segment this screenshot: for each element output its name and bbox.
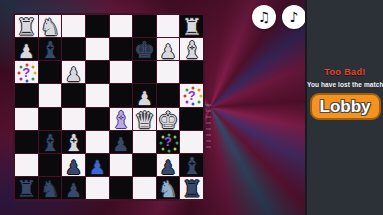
board-cell[interactable]	[39, 108, 62, 130]
board-cell[interactable]	[133, 61, 156, 83]
board-cell[interactable]	[180, 61, 203, 83]
board-cell[interactable]: ♜	[180, 177, 203, 199]
board-cell[interactable]: ♚	[133, 38, 156, 60]
navy-bishop-piece: ♝	[39, 39, 62, 62]
board-cell[interactable]	[180, 108, 203, 130]
board-cell[interactable]: ♟	[157, 154, 180, 176]
navy-pawn-piece: ♟	[157, 158, 180, 177]
board-cell[interactable]: ♟	[133, 84, 156, 106]
board-cell[interactable]	[15, 154, 38, 176]
silver-bishop-piece: ♝	[62, 132, 85, 155]
board-cell[interactable]: ?	[180, 84, 203, 106]
board-cell[interactable]	[110, 15, 133, 37]
navy-bishop-piece: ♝	[180, 155, 203, 178]
chess-board: ♜♞♜♟♝♚♟♝?♟♟?♝♛♚♝♝♟?♟♟♟♝♜♞♟♞♜	[13, 13, 205, 201]
mystery-piece: ?	[15, 61, 38, 83]
mystery-ring	[26, 72, 28, 74]
board-cell[interactable]: ?	[15, 61, 38, 83]
board-cell[interactable]	[86, 15, 109, 37]
board-cell[interactable]: ♟	[86, 154, 109, 176]
steel-knight-piece: ♞	[157, 178, 180, 201]
silver-rook-piece: ♜	[15, 16, 38, 39]
board-cell[interactable]	[110, 177, 133, 199]
board-cell[interactable]	[62, 108, 85, 130]
silver-queen-piece: ♛	[133, 109, 156, 132]
board-cell[interactable]: ?	[157, 131, 180, 153]
board-cell[interactable]: ♝	[180, 154, 203, 176]
eighth-note-icon: ♪	[290, 10, 299, 24]
game-window: ♜♞♜♟♝♚♟♝?♟♟?♝♛♚♝♝♟?♟♟♟♝♜♞♟♞♜ ♫ ♪ Too Bad…	[0, 0, 383, 215]
board-cell[interactable]: ♝	[39, 38, 62, 60]
board-cell[interactable]: ♞	[39, 177, 62, 199]
board-cell[interactable]	[39, 61, 62, 83]
silver-bishop-piece: ♝	[180, 39, 203, 62]
board-cell[interactable]	[110, 154, 133, 176]
board-cell[interactable]	[39, 84, 62, 106]
navy-rook-piece: ♜	[180, 178, 203, 201]
board-cell[interactable]	[15, 131, 38, 153]
board-cell[interactable]: ♝	[62, 131, 85, 153]
sound-toggle-button[interactable]: ♪	[282, 5, 306, 29]
board-cell[interactable]	[110, 61, 133, 83]
board-cell[interactable]	[86, 38, 109, 60]
board-cell[interactable]	[110, 84, 133, 106]
result-title: Too Bad!	[307, 67, 383, 77]
silver-pawn-piece: ♟	[62, 65, 85, 84]
mystery-ring	[192, 95, 194, 97]
board-cell[interactable]	[86, 177, 109, 199]
silver-pawn-piece: ♟	[133, 89, 156, 108]
board-cell[interactable]	[86, 84, 109, 106]
board-cell[interactable]: ♟	[62, 154, 85, 176]
board-cell[interactable]	[62, 15, 85, 37]
mystery-piece: ?	[157, 131, 180, 153]
navy-pawn-piece: ♟	[62, 158, 85, 177]
music-toggle-button[interactable]: ♫	[252, 5, 276, 29]
dark-king-piece: ♚	[133, 39, 156, 62]
board-cell[interactable]	[15, 84, 38, 106]
board-cell[interactable]	[62, 84, 85, 106]
board-cell[interactable]	[180, 131, 203, 153]
board-cell[interactable]	[110, 38, 133, 60]
board-cell[interactable]: ♟	[15, 38, 38, 60]
navy-pawn-piece: ♟	[62, 181, 85, 200]
silver-pawn-piece: ♟	[157, 42, 180, 61]
board-cell[interactable]	[86, 131, 109, 153]
board-cell[interactable]	[157, 84, 180, 106]
result-message: You have lost the match!	[307, 81, 383, 88]
board-cell[interactable]	[157, 61, 180, 83]
board-cell[interactable]: ♞	[39, 15, 62, 37]
board-cell[interactable]: ♟	[110, 131, 133, 153]
board-cell[interactable]: ♚	[157, 108, 180, 130]
watermark-marks	[206, 104, 211, 150]
board-cell[interactable]	[133, 15, 156, 37]
board-cell[interactable]	[86, 61, 109, 83]
board-cell[interactable]: ♟	[62, 61, 85, 83]
purple-bishop-piece: ♝	[110, 109, 133, 132]
mystery-piece: ?	[180, 84, 203, 106]
navy-rook-piece: ♜	[15, 178, 38, 201]
board-cell[interactable]	[62, 38, 85, 60]
silver-king-piece: ♚	[157, 109, 180, 132]
board-cell[interactable]	[86, 108, 109, 130]
board-cell[interactable]	[15, 108, 38, 130]
lobby-button[interactable]: Lobby	[310, 93, 381, 120]
board-cell[interactable]: ♜	[180, 15, 203, 37]
silver-rook-piece: ♜	[180, 16, 203, 39]
mystery-ring	[168, 142, 170, 144]
board-cell[interactable]: ♝	[110, 108, 133, 130]
board-cell[interactable]: ♝	[180, 38, 203, 60]
navy-bishop-piece: ♝	[39, 132, 62, 155]
board-cell[interactable]: ♟	[62, 177, 85, 199]
navy-knight-piece: ♞	[39, 178, 62, 201]
navy-pawn-piece: ♟	[110, 135, 133, 154]
board-cell[interactable]	[133, 131, 156, 153]
board-cell[interactable]: ♛	[133, 108, 156, 130]
board-cell[interactable]: ♝	[39, 131, 62, 153]
silver-pawn-piece: ♟	[15, 42, 38, 61]
board-cell[interactable]: ♟	[157, 38, 180, 60]
board-cell[interactable]	[157, 15, 180, 37]
board-cell[interactable]	[133, 177, 156, 199]
board-cell[interactable]: ♜	[15, 177, 38, 199]
beamed-music-note-icon: ♫	[258, 10, 271, 24]
sidebar: Too Bad! You have lost the match! Lobby	[305, 0, 383, 215]
board-cell[interactable]: ♜	[15, 15, 38, 37]
board-cell[interactable]: ♞	[157, 177, 180, 199]
board-cell[interactable]	[133, 154, 156, 176]
silver-knight-piece: ♞	[39, 16, 62, 39]
blue-pawn-piece: ♟	[86, 158, 109, 177]
board-cell[interactable]	[39, 154, 62, 176]
